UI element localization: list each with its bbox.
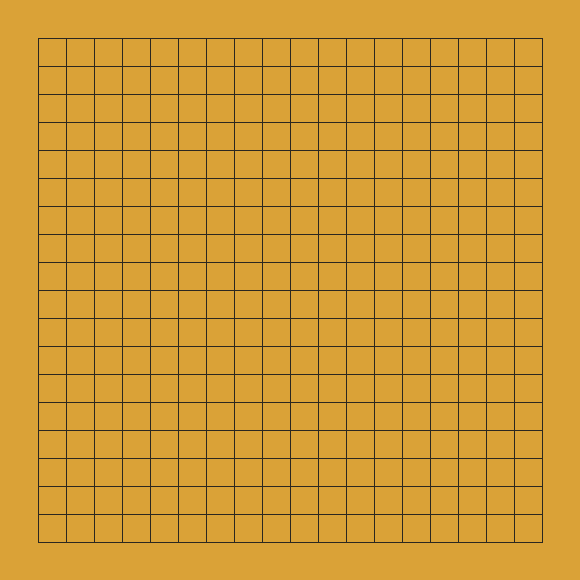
- stones-layer: [24, 24, 556, 556]
- go-board: [0, 0, 580, 580]
